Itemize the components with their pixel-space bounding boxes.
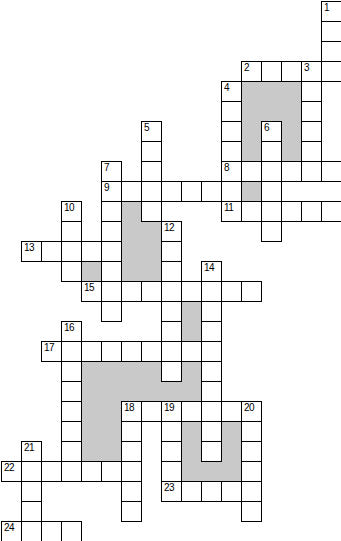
grid-cell[interactable]	[221, 401, 242, 422]
grid-cell[interactable]	[101, 201, 122, 222]
grid-cell[interactable]	[61, 441, 82, 462]
grid-cell[interactable]	[1, 461, 22, 482]
grid-cell[interactable]	[161, 481, 182, 502]
shaded-cell	[181, 301, 202, 322]
grid-cell[interactable]	[141, 181, 162, 202]
grid-cell[interactable]	[81, 241, 102, 262]
grid-cell[interactable]	[321, 1, 341, 22]
grid-cell[interactable]	[121, 281, 142, 302]
shaded-cell	[121, 261, 142, 282]
shaded-cell	[81, 401, 102, 422]
grid-cell[interactable]	[101, 341, 122, 362]
shaded-cell	[181, 421, 202, 442]
shaded-cell	[101, 361, 122, 382]
grid-cell[interactable]	[261, 181, 282, 202]
grid-cell[interactable]	[241, 441, 262, 462]
shaded-cell	[81, 361, 102, 382]
shaded-cell	[121, 361, 142, 382]
shaded-cell	[281, 81, 302, 102]
grid-cell[interactable]	[141, 201, 162, 222]
grid-cell[interactable]	[281, 61, 302, 82]
shaded-cell	[201, 461, 222, 482]
grid-cell[interactable]	[161, 221, 182, 242]
shaded-cell	[241, 181, 262, 202]
grid-cell[interactable]	[301, 101, 322, 122]
shaded-cell	[241, 141, 262, 162]
shaded-cell	[181, 321, 202, 342]
grid-cell[interactable]	[61, 241, 82, 262]
shaded-cell	[121, 381, 142, 402]
grid-cell[interactable]	[241, 401, 262, 422]
grid-cell[interactable]	[161, 281, 182, 302]
grid-cell[interactable]	[161, 361, 182, 382]
grid-cell[interactable]	[21, 501, 42, 522]
grid-cell[interactable]	[121, 181, 142, 202]
grid-cell[interactable]	[61, 521, 82, 541]
grid-cell[interactable]	[61, 221, 82, 242]
grid-cell[interactable]	[301, 81, 322, 102]
grid-cell[interactable]	[241, 61, 262, 82]
shaded-cell	[121, 241, 142, 262]
grid-cell[interactable]	[301, 201, 322, 222]
grid-cell[interactable]	[161, 421, 182, 442]
grid-cell[interactable]	[21, 241, 42, 262]
shaded-cell	[181, 361, 202, 382]
grid-cell[interactable]	[241, 501, 262, 522]
grid-cell[interactable]	[121, 501, 142, 522]
shaded-cell	[281, 141, 302, 162]
grid-cell[interactable]	[61, 361, 82, 382]
shaded-cell	[81, 381, 102, 402]
grid-cell[interactable]	[201, 261, 222, 282]
shaded-cell	[161, 381, 182, 402]
shaded-cell	[101, 441, 122, 462]
shaded-cell	[141, 241, 162, 262]
shaded-cell	[141, 221, 162, 242]
grid-cell[interactable]	[301, 121, 322, 142]
grid-cell[interactable]	[181, 341, 202, 362]
grid-cell[interactable]	[101, 261, 122, 282]
grid-cell[interactable]	[61, 421, 82, 442]
grid-cell[interactable]	[61, 381, 82, 402]
grid-cell[interactable]	[181, 181, 202, 202]
grid-cell[interactable]	[261, 221, 282, 242]
grid-cell[interactable]	[221, 81, 242, 102]
grid-cell[interactable]	[101, 181, 122, 202]
grid-cell[interactable]	[101, 461, 122, 482]
grid-cell[interactable]	[121, 341, 142, 362]
shaded-cell	[221, 441, 242, 462]
grid-cell[interactable]	[181, 401, 202, 422]
grid-cell[interactable]	[201, 401, 222, 422]
grid-cell[interactable]	[321, 201, 341, 222]
grid-cell[interactable]	[121, 481, 142, 502]
grid-cell[interactable]	[201, 361, 222, 382]
grid-cell[interactable]	[241, 201, 262, 222]
grid-cell[interactable]	[261, 141, 282, 162]
shaded-cell	[81, 261, 102, 282]
grid-cell[interactable]	[101, 221, 122, 242]
shaded-cell	[101, 421, 122, 442]
grid-cell[interactable]	[21, 441, 42, 462]
shaded-cell	[141, 381, 162, 402]
grid-cell[interactable]	[21, 481, 42, 502]
shaded-cell	[241, 81, 262, 102]
shaded-cell	[241, 121, 262, 142]
grid-cell[interactable]	[101, 281, 122, 302]
shaded-cell	[221, 461, 242, 482]
grid-cell[interactable]	[61, 261, 82, 282]
grid-cell[interactable]	[261, 61, 282, 82]
grid-cell[interactable]	[201, 421, 222, 442]
grid-cell[interactable]	[321, 41, 341, 62]
shaded-cell	[81, 441, 102, 462]
grid-cell[interactable]	[301, 141, 322, 162]
grid-cell[interactable]	[221, 141, 242, 162]
grid-cell[interactable]	[281, 161, 302, 182]
grid-cell[interactable]	[221, 201, 242, 222]
grid-cell[interactable]	[321, 21, 341, 42]
grid-cell[interactable]	[201, 341, 222, 362]
shaded-cell	[101, 381, 122, 402]
grid-cell[interactable]	[241, 421, 262, 442]
grid-cell[interactable]	[281, 201, 302, 222]
grid-cell[interactable]	[241, 481, 262, 502]
shaded-cell	[261, 101, 282, 122]
crossword-board: 123456789101112131415161718192021222324	[0, 0, 341, 541]
grid-cell[interactable]	[241, 281, 262, 302]
grid-cell[interactable]	[261, 161, 282, 182]
grid-cell[interactable]	[221, 161, 242, 182]
grid-cell[interactable]	[201, 481, 222, 502]
grid-cell[interactable]	[321, 61, 341, 82]
grid-cell[interactable]	[201, 321, 222, 342]
shaded-cell	[181, 381, 202, 402]
grid-cell[interactable]	[101, 241, 122, 262]
grid-cell[interactable]	[41, 341, 62, 362]
grid-cell[interactable]	[61, 341, 82, 362]
shaded-cell	[121, 221, 142, 242]
shaded-cell	[101, 401, 122, 422]
grid-cell[interactable]	[61, 201, 82, 222]
grid-cell[interactable]	[161, 301, 182, 322]
shaded-cell	[141, 261, 162, 282]
grid-cell[interactable]	[261, 201, 282, 222]
grid-cell[interactable]	[201, 181, 222, 202]
grid-cell[interactable]	[221, 181, 242, 202]
grid-cell[interactable]	[161, 181, 182, 202]
shaded-cell	[281, 101, 302, 122]
grid-cell[interactable]	[41, 241, 62, 262]
grid-cell[interactable]	[201, 381, 222, 402]
grid-cell[interactable]	[121, 441, 142, 462]
grid-cell[interactable]	[301, 161, 322, 182]
grid-cell[interactable]	[141, 401, 162, 422]
grid-cell[interactable]	[161, 401, 182, 422]
grid-cell[interactable]	[221, 481, 242, 502]
grid-cell[interactable]	[141, 161, 162, 182]
grid-cell[interactable]	[141, 341, 162, 362]
grid-cell[interactable]	[261, 121, 282, 142]
grid-cell[interactable]	[1, 521, 22, 541]
shaded-cell	[181, 461, 202, 482]
grid-cell[interactable]	[121, 421, 142, 442]
shaded-cell	[261, 81, 282, 102]
grid-cell[interactable]	[121, 401, 142, 422]
grid-cell[interactable]	[61, 321, 82, 342]
grid-cell[interactable]	[81, 281, 102, 302]
grid-cell[interactable]	[181, 481, 202, 502]
grid-cell[interactable]	[181, 281, 202, 302]
grid-cell[interactable]	[141, 281, 162, 302]
shaded-cell	[81, 421, 102, 442]
grid-cell[interactable]	[101, 301, 122, 322]
grid-cell[interactable]	[321, 161, 341, 182]
grid-cell[interactable]	[221, 121, 242, 142]
grid-cell[interactable]	[81, 341, 102, 362]
shaded-cell	[281, 121, 302, 142]
shaded-cell	[241, 101, 262, 122]
grid-cell[interactable]	[41, 461, 62, 482]
grid-cell[interactable]	[21, 521, 42, 541]
grid-cell[interactable]	[221, 281, 242, 302]
grid-cell[interactable]	[201, 441, 222, 462]
shaded-cell	[181, 441, 202, 462]
grid-cell[interactable]	[141, 121, 162, 142]
grid-cell[interactable]	[241, 461, 262, 482]
grid-cell[interactable]	[21, 461, 42, 482]
grid-cell[interactable]	[141, 141, 162, 162]
grid-cell[interactable]	[201, 281, 222, 302]
grid-cell[interactable]	[221, 101, 242, 122]
grid-cell[interactable]	[161, 441, 182, 462]
shaded-cell	[121, 201, 142, 222]
grid-cell[interactable]	[161, 241, 182, 262]
grid-cell[interactable]	[81, 461, 102, 482]
grid-cell[interactable]	[61, 461, 82, 482]
grid-cell[interactable]	[61, 401, 82, 422]
grid-cell[interactable]	[161, 261, 182, 282]
grid-cell[interactable]	[161, 341, 182, 362]
shaded-cell	[141, 361, 162, 382]
grid-cell[interactable]	[201, 301, 222, 322]
grid-cell[interactable]	[241, 161, 262, 182]
grid-cell[interactable]	[121, 461, 142, 482]
grid-cell[interactable]	[41, 521, 62, 541]
shaded-cell	[221, 421, 242, 442]
grid-cell[interactable]	[101, 161, 122, 182]
grid-cell[interactable]	[161, 461, 182, 482]
grid-cell[interactable]	[301, 61, 322, 82]
grid-cell[interactable]	[161, 321, 182, 342]
